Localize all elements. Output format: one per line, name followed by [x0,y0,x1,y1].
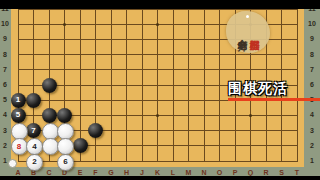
row-label-left-5: 5 [0,96,10,104]
grid-hline [18,69,298,70]
move-number-4: 4 [32,143,36,151]
grid-vline [297,9,298,162]
move-number-7: 7 [31,127,35,135]
grid-vline [142,9,143,162]
row-label-right-9: 9 [306,35,318,43]
row-label-right-2: 2 [306,142,318,150]
letterbox-bottom [0,176,320,180]
title-banner: 围棋死活 [228,80,288,98]
stone-white-D1[interactable]: 6 [57,154,74,171]
row-label-left-2: 2 [0,142,10,150]
star-point-D10 [63,23,66,26]
stone-black-B3[interactable]: 7 [26,123,41,138]
grid-vline [126,9,127,162]
letterbox-top [0,0,320,9]
move-number-5: 5 [16,111,20,119]
corner-white-marker [8,159,17,168]
row-label-left-6: 6 [0,81,10,89]
row-label-right-1: 1 [306,157,318,165]
star-point-Q4 [249,114,252,117]
row-label-left-9: 9 [0,35,10,43]
row-label-right-8: 8 [306,51,318,59]
stone-white-C2[interactable] [42,138,59,155]
star-point-K4 [156,114,159,117]
row-label-right-10: 10 [306,20,318,28]
video-frame: 余老师 好围棋 围棋死活 11223344556677889910101111A… [0,0,320,180]
grid-vline [173,9,174,162]
move-number-1: 1 [16,96,20,104]
stone-black-F3[interactable] [88,123,103,138]
stone-black-A4[interactable]: 5 [11,108,26,123]
move-number-2: 2 [32,158,36,166]
stone-white-A2[interactable]: 8 [11,138,28,155]
grid-vline [188,9,189,162]
grid-vline [219,9,220,162]
move-number-8: 8 [17,143,21,151]
seal-name-text: 余老师 [237,31,247,34]
stone-black-E2[interactable] [73,138,88,153]
stone-black-A5[interactable]: 1 [11,93,26,108]
move-number-6: 6 [63,158,67,166]
row-label-left-4: 4 [0,111,10,119]
stone-black-B5[interactable] [26,93,41,108]
row-label-right-3: 3 [306,127,318,135]
stone-white-B1[interactable]: 2 [26,154,43,171]
stone-black-C4[interactable] [42,108,57,123]
stone-black-C6[interactable] [42,78,57,93]
row-label-right-4: 4 [306,111,318,119]
grid-hline [18,54,298,55]
grid-vline [157,9,158,162]
teacher-seal-watermark: 余老师 好围棋 [226,11,270,53]
row-label-left-8: 8 [0,51,10,59]
seal-dot [246,15,249,18]
grid-vline [95,9,96,162]
grid-vline [111,9,112,162]
banner-underline [228,98,320,101]
star-point-K10 [156,23,159,26]
row-label-right-7: 7 [306,66,318,74]
row-label-left-7: 7 [0,66,10,74]
row-label-left-3: 3 [0,127,10,135]
row-label-left-10: 10 [0,20,10,28]
grid-vline [204,9,205,162]
row-label-right-6: 6 [306,81,318,89]
stone-black-D4[interactable] [57,108,72,123]
